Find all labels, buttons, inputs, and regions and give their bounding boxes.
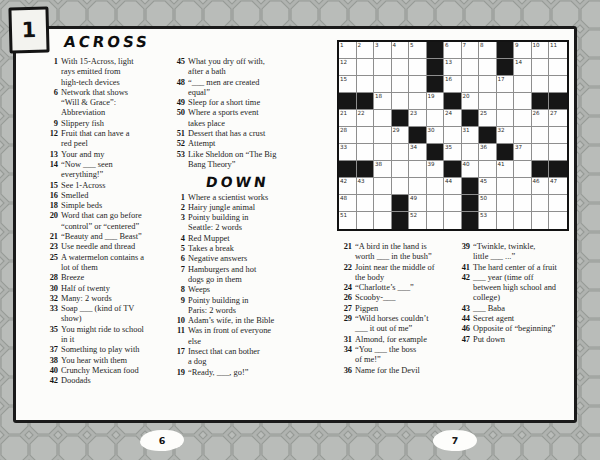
grid-cell [444, 127, 462, 144]
grid-cell [374, 178, 392, 195]
grid-cell-black [462, 178, 480, 195]
across-header: ACROSS [63, 33, 151, 51]
page-number-left: 6 [159, 435, 166, 446]
clue-item: 32 Many: 2 words [45, 294, 175, 304]
grid-cell: 33 [339, 144, 357, 161]
clue-text: “A bird in the hand is worth ___ in the … [355, 242, 457, 263]
clue-item: 7 Hamburgers and hot dogs go in them [172, 265, 302, 286]
clue-text: Breeze [61, 273, 175, 283]
grid-cell: 28 [339, 127, 357, 144]
clue-text: Smelled [61, 191, 175, 201]
grid-cell: 2 [357, 42, 375, 59]
grid-cell-black [392, 195, 410, 212]
grid-cell [497, 110, 515, 127]
clue-text: “You ___ the boss of me!” [355, 345, 457, 366]
cell-number: 31 [463, 127, 470, 134]
grid-cell: 46 [532, 178, 550, 195]
clue-item: 38 You hear with them [45, 356, 175, 366]
cell-number: 38 [375, 161, 382, 168]
clue-text: ___ year (time off between high school a… [473, 273, 579, 304]
grid-cell-black [549, 161, 567, 178]
grid-cell-black [532, 161, 550, 178]
grid-cell [427, 195, 445, 212]
grid-cell [497, 93, 515, 110]
grid-cell: 24 [444, 110, 462, 127]
clue-item: 21 “Beauty and ___ Beast” [45, 232, 175, 242]
clue-text: Put down [473, 335, 579, 345]
grid-cell-black [427, 144, 445, 161]
clue-item: 50 Where a sports event takes place [172, 108, 302, 129]
cell-number: 45 [480, 178, 487, 185]
cell-number: 48 [340, 195, 347, 202]
clue-item: 27 Pigpen [339, 304, 457, 314]
clue-item: 4 Red Muppet [172, 234, 302, 244]
grid-cell [357, 59, 375, 76]
grid-cell: 11 [549, 42, 567, 59]
grid-cell [532, 127, 550, 144]
clue-text: See 1-Across [61, 181, 175, 191]
clue-item: 16 Smelled [45, 191, 175, 201]
clue-item: 34 “You ___ the boss of me!” [339, 345, 457, 366]
clue-text: Dessert that has a crust [188, 129, 302, 139]
grid-cell-black [427, 59, 445, 76]
clue-item: 14 “Now ___ seen everything!” [45, 160, 175, 181]
clue-number: 36 [339, 366, 352, 376]
cell-number: 52 [410, 212, 417, 219]
grid-cell [462, 76, 480, 93]
clue-number: 41 [457, 263, 470, 273]
grid-cell-black [462, 212, 480, 229]
clue-text: “Beauty and ___ Beast” [61, 232, 175, 242]
grid-cell-black [392, 212, 410, 229]
cell-number: 36 [480, 144, 487, 151]
clue-number: 45 [172, 57, 185, 78]
cell-number: 9 [515, 42, 519, 49]
cell-number: 30 [428, 127, 435, 134]
cell-number: 34 [410, 144, 417, 151]
down-header: DOWN [205, 177, 302, 187]
clue-number: 2 [172, 203, 185, 213]
clue-number: 14 [45, 160, 58, 181]
cell-number: 41 [498, 161, 505, 168]
clue-number: 29 [339, 314, 352, 335]
clue-number: 11 [172, 326, 185, 347]
grid-cell: 13 [444, 59, 462, 76]
right-down-clues-col1: 21 “A bird in the hand is worth ___ in t… [339, 242, 457, 376]
grid-cell: 20 [462, 93, 480, 110]
cell-number: 12 [340, 59, 347, 66]
clue-text: Pigpen [355, 304, 457, 314]
clue-number: 47 [457, 335, 470, 345]
clue-item: 22 Joint near the middle of the body [339, 263, 457, 284]
cell-number: 16 [445, 76, 452, 83]
cell-number: 49 [410, 195, 417, 202]
grid-cell: 37 [514, 144, 532, 161]
cell-number: 28 [340, 127, 347, 134]
grid-cell: 3 [374, 42, 392, 59]
clue-text: Something to play with [61, 345, 175, 355]
clue-item: 20 Word that can go before “control” or … [45, 211, 175, 232]
crossword-grid: 1234567891011121314151617181920212223242… [337, 40, 569, 231]
cell-number: 35 [445, 144, 452, 151]
grid-cell [357, 127, 375, 144]
grid-cell [514, 212, 532, 229]
grid-cell [479, 93, 497, 110]
cell-number: 43 [358, 178, 365, 185]
clue-text: With 15-Across, light rays emitted from … [61, 57, 175, 88]
cell-number: 51 [340, 212, 347, 219]
cell-number: 20 [463, 93, 470, 100]
grid-cell-black [409, 127, 427, 144]
grid-cell: 1 [339, 42, 357, 59]
clue-text: Simple beds [61, 201, 175, 211]
grid-cell-black [357, 93, 375, 110]
clue-text: Joint near the middle of the body [355, 263, 457, 284]
clue-number: 17 [172, 347, 185, 368]
clue-text: What you dry off with, after a bath [188, 57, 302, 78]
clue-item: 9 Slippery fish [45, 119, 175, 129]
grid-cell-black [497, 42, 515, 59]
clue-item: 45 What you dry off with, after a bath [172, 57, 302, 78]
clue-number: 49 [172, 98, 185, 108]
clue-number: 42 [45, 376, 58, 386]
clue-number: 13 [45, 150, 58, 160]
grid-cell: 7 [462, 42, 480, 59]
grid-cell: 12 [339, 59, 357, 76]
clue-number: 15 [45, 181, 58, 191]
clue-number: 31 [339, 335, 352, 345]
clue-item: 29 “Wild horses couldn’t ___ it out of m… [339, 314, 457, 335]
clue-text: Name for the Devil [355, 366, 457, 376]
clue-text: “___ men are created equal” [188, 78, 302, 99]
clue-item: 23 Use needle and thread [45, 242, 175, 252]
clue-number: 28 [45, 273, 58, 283]
cell-number: 6 [445, 42, 449, 49]
clue-item: 33 Soap ___ (kind of TV show) [45, 304, 175, 325]
clue-number: 1 [172, 193, 185, 203]
clue-item: 1 Where a scientist works [172, 193, 302, 203]
grid-cell [374, 127, 392, 144]
grid-cell [374, 110, 392, 127]
grid-cell [409, 161, 427, 178]
clue-number: 24 [339, 283, 352, 293]
grid-cell: 51 [339, 212, 357, 229]
grid-cell [374, 195, 392, 212]
grid-cell [497, 212, 515, 229]
grid-cell [374, 212, 392, 229]
clue-item: 37 Something to play with [45, 345, 175, 355]
grid-cell [549, 195, 567, 212]
clue-item: 24 “Charlotte’s ___” [339, 283, 457, 293]
cell-number: 33 [340, 144, 347, 151]
grid-cell [514, 127, 532, 144]
clue-number: 43 [457, 304, 470, 314]
grid-cell: 26 [532, 110, 550, 127]
clue-text: Half of twenty [61, 284, 175, 294]
clue-text: Attempt [188, 139, 302, 149]
puzzle-number-tab: 1 [8, 6, 49, 53]
clue-item: 8 Weeps [172, 285, 302, 295]
grid-cell-black [444, 93, 462, 110]
grid-cell [532, 59, 550, 76]
cell-number: 5 [410, 42, 414, 49]
grid-cell-black [339, 161, 357, 178]
cell-number: 24 [445, 110, 452, 117]
clue-item: 18 Simple beds [45, 201, 175, 211]
clue-text: You hear with them [61, 356, 175, 366]
cell-number: 47 [550, 178, 557, 185]
clue-number: 27 [339, 304, 352, 314]
cell-number: 32 [498, 127, 505, 134]
clue-text: “Twinkle, twinkle, little ___ ...” [473, 242, 579, 263]
clue-number: 10 [172, 316, 185, 326]
clue-number: 53 [172, 150, 185, 171]
grid-cell: 38 [374, 161, 392, 178]
grid-cell: 48 [339, 195, 357, 212]
clue-text: Weeps [188, 285, 302, 295]
grid-cell [444, 195, 462, 212]
clue-text: Hamburgers and hot dogs go in them [188, 265, 302, 286]
clue-number: 21 [339, 242, 352, 263]
clue-number: 4 [172, 234, 185, 244]
grid-cell [514, 76, 532, 93]
clue-item: 53 Like Sheldon on “The Big Bang Theory” [172, 150, 302, 171]
grid-cell: 53 [479, 212, 497, 229]
grid-cell: 29 [392, 127, 410, 144]
clue-item: 52 Attempt [172, 139, 302, 149]
grid-cell-black [532, 93, 550, 110]
clue-text: Takes a break [188, 244, 302, 254]
clue-item: 1 With 15-Across, light rays emitted fro… [45, 57, 175, 88]
grid-cell: 41 [497, 161, 515, 178]
grid-cell-black [444, 161, 462, 178]
grid-cell [444, 212, 462, 229]
grid-cell [462, 144, 480, 161]
clue-text: Almond, for example [355, 335, 457, 345]
clue-text: “Charlotte’s ___” [355, 283, 457, 293]
clue-number: 48 [172, 78, 185, 99]
grid-cell: 17 [497, 76, 515, 93]
grid-cell: 32 [497, 127, 515, 144]
clue-number: 5 [172, 244, 185, 254]
cell-number: 3 [375, 42, 379, 49]
clue-text: Sleep for a short time [188, 98, 302, 108]
cell-number: 39 [428, 161, 435, 168]
clue-text: Where a scientist works [188, 193, 302, 203]
grid-cell-black [462, 195, 480, 212]
grid-cell: 52 [409, 212, 427, 229]
grid-cell-black [549, 93, 567, 110]
clue-item: 48 “___ men are created equal” [172, 78, 302, 99]
across-clues-col1: 1 With 15-Across, light rays emitted fro… [45, 57, 175, 387]
grid-cell: 15 [339, 76, 357, 93]
grid-cell: 22 [357, 110, 375, 127]
cell-number: 8 [480, 42, 484, 49]
grid-cell-black [357, 161, 375, 178]
clue-number: 1 [45, 57, 58, 88]
clue-number: 22 [339, 263, 352, 284]
clue-number: 21 [45, 232, 58, 242]
clue-item: 51 Dessert that has a crust [172, 129, 302, 139]
grid-cell [549, 59, 567, 76]
grid-cell: 45 [479, 178, 497, 195]
grid-cell [374, 59, 392, 76]
grid-cell [514, 195, 532, 212]
grid-cell-black [392, 110, 410, 127]
clue-number: 33 [45, 304, 58, 325]
clue-text: Red Muppet [188, 234, 302, 244]
clue-text: Secret agent [473, 314, 579, 324]
clue-item: 13 Your and my [45, 150, 175, 160]
cell-number: 2 [358, 42, 362, 49]
grid-cell: 40 [462, 161, 480, 178]
grid-cell-black [427, 42, 445, 59]
clue-item: 28 Breeze [45, 273, 175, 283]
clue-number: 44 [457, 314, 470, 324]
clue-item: 35 You might ride to school in it [45, 325, 175, 346]
cell-number: 7 [463, 42, 467, 49]
clue-number: 6 [45, 88, 58, 119]
clue-number: 23 [45, 242, 58, 252]
clue-text: Negative answers [188, 254, 302, 264]
grid-cell: 23 [409, 110, 427, 127]
puzzle-number: 1 [21, 18, 36, 42]
clue-text: Like Sheldon on “The Big Bang Theory” [188, 150, 302, 171]
cell-number: 46 [533, 178, 540, 185]
grid-cell [392, 144, 410, 161]
grid-cell [479, 161, 497, 178]
cell-number: 25 [480, 110, 487, 117]
clue-number: 26 [339, 293, 352, 303]
grid-cell [514, 110, 532, 127]
grid-cell: 49 [409, 195, 427, 212]
grid-cell [357, 195, 375, 212]
grid-cell-black [497, 59, 515, 76]
grid-cell [549, 76, 567, 93]
across-clues-col2: 45 What you dry off with, after a bath 4… [172, 57, 302, 170]
grid-cell [409, 59, 427, 76]
clue-number: 9 [45, 119, 58, 129]
grid-cell: 43 [357, 178, 375, 195]
grid-cell [479, 59, 497, 76]
grid-cell: 31 [462, 127, 480, 144]
grid-cell: 30 [427, 127, 445, 144]
cell-number: 14 [515, 59, 522, 66]
clue-text: Pointy building in Paris: 2 words [188, 296, 302, 317]
cell-number: 15 [340, 76, 347, 83]
clue-item: 36 Name for the Devil [339, 366, 457, 376]
clue-number: 52 [172, 139, 185, 149]
cell-number: 40 [463, 161, 470, 168]
clue-item: 9 Pointy building in Paris: 2 words [172, 296, 302, 317]
grid-cell [392, 178, 410, 195]
grid-cell [357, 76, 375, 93]
grid-cell: 9 [514, 42, 532, 59]
clue-number: 19 [172, 368, 185, 378]
clue-number: 3 [172, 213, 185, 234]
grid-cell [392, 59, 410, 76]
grid-cell: 18 [374, 93, 392, 110]
grid-cell: 44 [444, 178, 462, 195]
clue-item: 39 “Twinkle, twinkle, little ___ ...” [457, 242, 579, 263]
grid-cell: 21 [339, 110, 357, 127]
clue-item: 49 Sleep for a short time [172, 98, 302, 108]
grid-cell [427, 178, 445, 195]
grid-cell [497, 178, 515, 195]
clue-text: Where a sports event takes place [188, 108, 302, 129]
right-down-clues-col2: 39 “Twinkle, twinkle, little ___ ...” 41… [457, 242, 579, 345]
cell-number: 18 [375, 93, 382, 100]
clue-number: 32 [45, 294, 58, 304]
clue-text: A watermelon contains a lot of them [61, 253, 175, 274]
grid-cell [392, 93, 410, 110]
cell-number: 29 [393, 127, 400, 134]
clue-text: Your and my [61, 150, 175, 160]
clue-text: Pointy building in Seattle: 2 words [188, 213, 302, 234]
clue-text: Insect that can bother a dog [188, 347, 302, 368]
clue-number: 39 [457, 242, 470, 263]
grid-cell: 19 [427, 93, 445, 110]
grid-cell: 34 [409, 144, 427, 161]
clue-item: 15 See 1-Across [45, 181, 175, 191]
clue-number: 46 [457, 324, 470, 334]
grid-cell: 42 [339, 178, 357, 195]
clue-number: 20 [45, 211, 58, 232]
clue-text: Slippery fish [61, 119, 175, 129]
clue-item: 47 Put down [457, 335, 579, 345]
clue-text: Was in front of everyone else [188, 326, 302, 347]
cell-number: 21 [340, 110, 347, 117]
grid-cell [514, 161, 532, 178]
grid-cell [514, 178, 532, 195]
cell-number: 10 [533, 42, 540, 49]
clue-item: 31 Almond, for example [339, 335, 457, 345]
grid-cell [392, 161, 410, 178]
clue-number: 16 [45, 191, 58, 201]
clue-item: 5 Takes a break [172, 244, 302, 254]
grid-cell [357, 212, 375, 229]
clue-item: 44 Secret agent [457, 314, 579, 324]
cell-number: 27 [550, 110, 557, 117]
cell-number: 4 [393, 42, 397, 49]
clue-number: 6 [172, 254, 185, 264]
clue-text: Opposite of “beginning” [473, 324, 579, 334]
clue-text: “Now ___ seen everything!” [61, 160, 175, 181]
down-clues-col: 1 Where a scientist works 2 Hairy jungle… [172, 193, 302, 378]
clue-number: 12 [45, 129, 58, 150]
cell-number: 37 [515, 144, 522, 151]
grid-cell [357, 144, 375, 161]
grid-cell [409, 76, 427, 93]
clue-text: Soap ___ (kind of TV show) [61, 304, 175, 325]
clue-number: 42 [457, 273, 470, 304]
grid-cell-black [427, 76, 445, 93]
page-number-right: 7 [451, 435, 458, 446]
grid-cell [549, 144, 567, 161]
grid-cell [532, 195, 550, 212]
grid-cell: 10 [532, 42, 550, 59]
grid-cell [427, 110, 445, 127]
clue-number: 37 [45, 345, 58, 355]
grid-cell [532, 212, 550, 229]
clue-text: Scooby-___ [355, 293, 457, 303]
clue-text: ___ Baba [473, 304, 579, 314]
clue-text: Hairy jungle animal [188, 203, 302, 213]
grid-cell [374, 76, 392, 93]
cell-number: 42 [340, 178, 347, 185]
grid-cell: 6 [444, 42, 462, 59]
clue-number: 8 [172, 285, 185, 295]
